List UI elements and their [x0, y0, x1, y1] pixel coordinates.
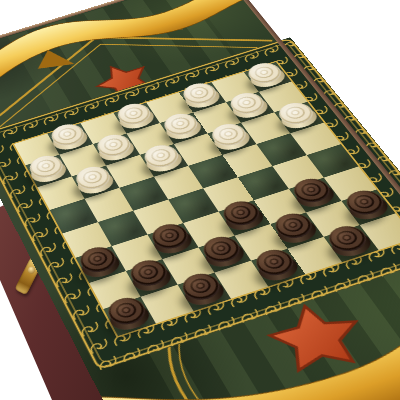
red-star-bottom	[263, 299, 370, 373]
red-star-top	[88, 57, 159, 102]
photo-scene: ⛂⛂⛂⛂⛂⛂⛂⛂⛂⛂⛂⛂⛃⛃⛃⛃⛃⛃⛃⛃⛃⛃⛃⛃	[0, 0, 400, 400]
lid-top-edge	[0, 0, 224, 60]
checkerboard: ⛂⛂⛂⛂⛂⛂⛂⛂⛂⛂⛂⛂⛃⛃⛃⛃⛃⛃⛃⛃⛃⛃⛃⛃	[14, 62, 400, 336]
